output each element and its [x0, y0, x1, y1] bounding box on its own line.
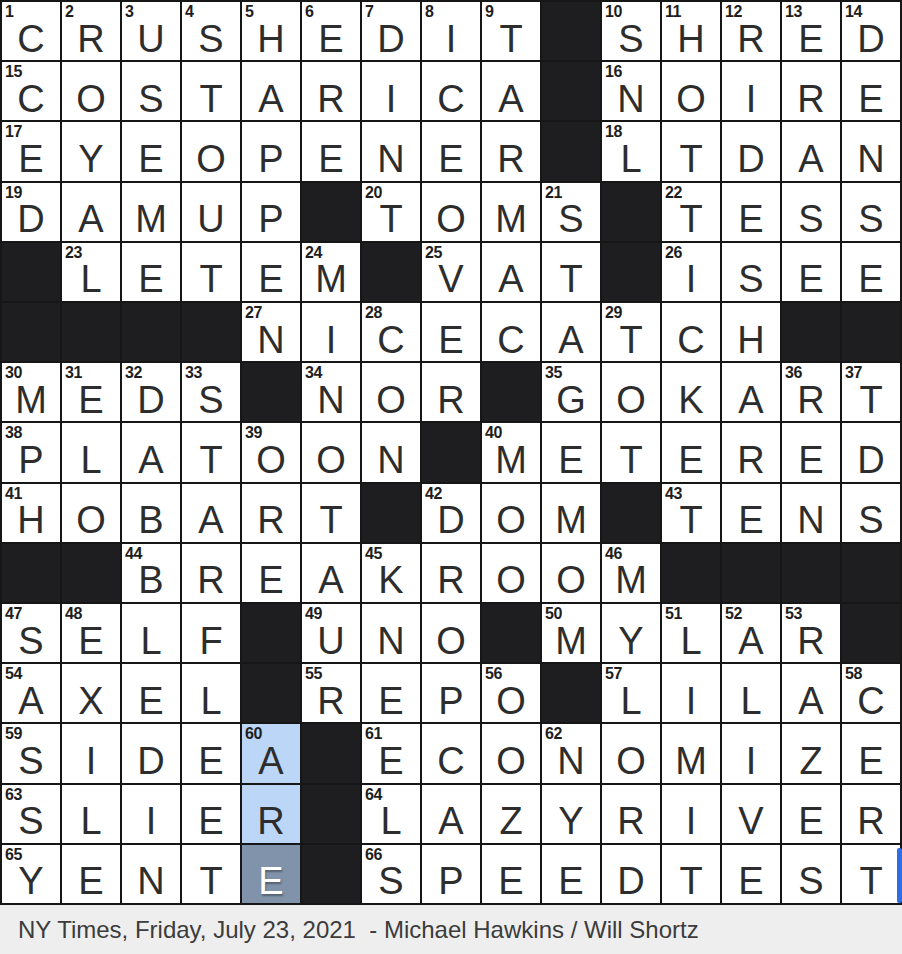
grid-cell-r7c7[interactable]: O: [362, 363, 420, 421]
grid-cell-r11c4[interactable]: F: [182, 604, 240, 662]
grid-cell-r6c9[interactable]: C: [482, 303, 540, 361]
grid-cell-r10c10[interactable]: O: [542, 544, 600, 602]
grid-cell-r8c2[interactable]: L: [62, 423, 120, 481]
grid-cell-r14c10[interactable]: Y: [542, 785, 600, 843]
grid-cell-r3c12[interactable]: T: [662, 122, 720, 180]
grid-cell-r5c13[interactable]: S: [722, 243, 780, 301]
grid-cell-r15c10[interactable]: E: [542, 845, 600, 903]
grid-cell-r8c6[interactable]: O: [302, 423, 360, 481]
clue-number: 14: [845, 3, 862, 21]
cell-letter: H: [17, 501, 44, 539]
cell-letter: T: [199, 80, 222, 118]
grid-cell-r1c7[interactable]: 7D: [362, 2, 420, 60]
grid-cell-r2c3[interactable]: S: [122, 62, 180, 120]
grid-cell-r14c8[interactable]: A: [422, 785, 480, 843]
grid-cell-r2c4[interactable]: T: [182, 62, 240, 120]
grid-cell-r13c3[interactable]: D: [122, 724, 180, 782]
grid-cell-r3c14[interactable]: A: [782, 122, 840, 180]
grid-cell-r9c5[interactable]: R: [242, 484, 300, 542]
grid-cell-r7c2[interactable]: 31E: [62, 363, 120, 421]
clue-number: 5: [245, 3, 253, 21]
grid-cell-r1c9[interactable]: 9T: [482, 2, 540, 60]
clue-number: 4: [185, 3, 193, 21]
cell-letter: A: [78, 200, 103, 238]
grid-cell-r11c3[interactable]: L: [122, 604, 180, 662]
grid-cell-r1c6[interactable]: 6E: [302, 2, 360, 60]
grid-cell-r14c3[interactable]: I: [122, 785, 180, 843]
grid-cell-r15c7[interactable]: 66S: [362, 845, 420, 903]
block-cell-r9c11: [602, 484, 660, 542]
cell-letter: M: [495, 441, 527, 479]
block-cell-r6c14: [782, 303, 840, 361]
grid-cell-r10c5[interactable]: E: [242, 544, 300, 602]
grid-cell-r1c5[interactable]: 5H: [242, 2, 300, 60]
grid-cell-r13c1[interactable]: 59S: [2, 724, 60, 782]
cell-letter: A: [258, 742, 283, 780]
grid-cell-r13c13[interactable]: I: [722, 724, 780, 782]
grid-cell-r15c11[interactable]: D: [602, 845, 660, 903]
grid-cell-r8c1[interactable]: 38P: [2, 423, 60, 481]
grid-cell-r2c9[interactable]: A: [482, 62, 540, 120]
grid-cell-r6c5[interactable]: 27N: [242, 303, 300, 361]
block-cell-r9c7: [362, 484, 420, 542]
grid-cell-r15c2[interactable]: E: [62, 845, 120, 903]
grid-cell-r8c4[interactable]: T: [182, 423, 240, 481]
grid-cell-r3c7[interactable]: N: [362, 122, 420, 180]
grid-cell-r15c9[interactable]: E: [482, 845, 540, 903]
grid-cell-r15c4[interactable]: T: [182, 845, 240, 903]
grid-cell-r5c8[interactable]: 25V: [422, 243, 480, 301]
grid-cell-r3c1[interactable]: 17E: [2, 122, 60, 180]
grid-cell-r7c6[interactable]: 34N: [302, 363, 360, 421]
grid-cell-r3c11[interactable]: 18L: [602, 122, 660, 180]
grid-cell-r1c12[interactable]: 11H: [662, 2, 720, 60]
grid-cell-r3c6[interactable]: E: [302, 122, 360, 180]
cell-letter: E: [498, 862, 523, 900]
cell-letter: E: [258, 260, 283, 298]
cell-letter: M: [495, 200, 527, 238]
grid-cell-r12c15[interactable]: 58C: [842, 664, 900, 722]
grid-cell-r3c3[interactable]: E: [122, 122, 180, 180]
grid-cell-r13c8[interactable]: C: [422, 724, 480, 782]
block-cell-r6c3: [122, 303, 180, 361]
grid-cell-r8c9[interactable]: 40M: [482, 423, 540, 481]
clue-number: 25: [425, 244, 442, 262]
grid-cell-r7c13[interactable]: A: [722, 363, 780, 421]
cell-letter: P: [18, 441, 43, 479]
cell-letter: O: [676, 80, 706, 118]
cell-letter: E: [198, 742, 223, 780]
grid-cell-r2c1[interactable]: 15C: [2, 62, 60, 120]
grid-cell-r9c14[interactable]: N: [782, 484, 840, 542]
clue-number: 47: [5, 605, 22, 623]
clue-number: 15: [5, 63, 22, 81]
cell-letter: S: [858, 501, 883, 539]
clue-number: 63: [5, 786, 22, 804]
cell-letter: E: [798, 441, 823, 479]
grid-cell-r8c10[interactable]: E: [542, 423, 600, 481]
cell-letter: N: [137, 862, 164, 900]
grid-cell-r14c14[interactable]: E: [782, 785, 840, 843]
grid-cell-r12c1[interactable]: 54A: [2, 664, 60, 722]
grid-cell-r12c6[interactable]: 55R: [302, 664, 360, 722]
cell-letter: E: [378, 742, 403, 780]
cell-letter: L: [80, 441, 101, 479]
grid-cell-r13c10[interactable]: 62N: [542, 724, 600, 782]
crossword-grid: 1C2R3U4S5H6E7D8I9T10S11H12R13E14D15COSTA…: [0, 0, 902, 905]
grid-cell-r14c15[interactable]: R: [842, 785, 900, 843]
grid-cell-r11c10[interactable]: 50M: [542, 604, 600, 662]
clue-number: 27: [245, 304, 262, 322]
grid-cell-r12c9[interactable]: 56O: [482, 664, 540, 722]
grid-cell-r7c15[interactable]: 37T: [842, 363, 900, 421]
grid-cell-r7c8[interactable]: R: [422, 363, 480, 421]
clue-number: 32: [125, 364, 142, 382]
grid-cell-r12c11[interactable]: 57L: [602, 664, 660, 722]
cell-letter: S: [138, 80, 163, 118]
grid-cell-r6c7[interactable]: 28C: [362, 303, 420, 361]
grid-cell-r13c4[interactable]: E: [182, 724, 240, 782]
grid-cell-r12c7[interactable]: E: [362, 664, 420, 722]
clue-number: 26: [665, 244, 682, 262]
grid-cell-r9c15[interactable]: S: [842, 484, 900, 542]
grid-cell-r14c5[interactable]: R: [242, 785, 300, 843]
grid-cell-r14c13[interactable]: V: [722, 785, 780, 843]
cell-letter: T: [619, 441, 642, 479]
block-cell-r5c11: [602, 243, 660, 301]
cell-letter: N: [377, 140, 404, 178]
cell-letter: H: [677, 20, 704, 58]
grid-cell-r2c8[interactable]: C: [422, 62, 480, 120]
grid-cell-r15c15[interactable]: T: [842, 845, 900, 903]
grid-cell-r10c11[interactable]: 46M: [602, 544, 660, 602]
grid-cell-r7c4[interactable]: 33S: [182, 363, 240, 421]
cell-letter: O: [316, 441, 346, 479]
grid-cell-r4c4[interactable]: U: [182, 183, 240, 241]
cell-letter: I: [146, 802, 157, 840]
grid-cell-r2c15[interactable]: E: [842, 62, 900, 120]
grid-cell-r6c11[interactable]: 29T: [602, 303, 660, 361]
grid-cell-r15c1[interactable]: 65Y: [2, 845, 60, 903]
grid-cell-r14c1[interactable]: 63S: [2, 785, 60, 843]
grid-cell-r11c1[interactable]: 47S: [2, 604, 60, 662]
grid-cell-r9c2[interactable]: O: [62, 484, 120, 542]
grid-cell-r11c7[interactable]: N: [362, 604, 420, 662]
grid-cell-r13c14[interactable]: Z: [782, 724, 840, 782]
cell-letter: L: [80, 802, 101, 840]
cell-letter: N: [557, 742, 584, 780]
grid-cell-r5c4[interactable]: T: [182, 243, 240, 301]
grid-cell-r2c2[interactable]: O: [62, 62, 120, 120]
grid-cell-r3c2[interactable]: Y: [62, 122, 120, 180]
grid-cell-r2c5[interactable]: A: [242, 62, 300, 120]
clue-number: 9: [485, 3, 493, 21]
grid-cell-r14c4[interactable]: E: [182, 785, 240, 843]
grid-cell-r5c15[interactable]: E: [842, 243, 900, 301]
cell-letter: I: [686, 682, 697, 720]
cell-letter: B: [138, 501, 163, 539]
grid-cell-r4c9[interactable]: M: [482, 183, 540, 241]
grid-cell-r6c8[interactable]: E: [422, 303, 480, 361]
grid-cell-r12c8[interactable]: P: [422, 664, 480, 722]
clue-number: 13: [785, 3, 802, 21]
clue-number: 34: [305, 364, 322, 382]
grid-cell-r1c4[interactable]: 4S: [182, 2, 240, 60]
grid-cell-r3c9[interactable]: R: [482, 122, 540, 180]
grid-cell-r11c12[interactable]: 51L: [662, 604, 720, 662]
cell-letter: P: [258, 200, 283, 238]
grid-cell-r15c3[interactable]: N: [122, 845, 180, 903]
grid-cell-r6c6[interactable]: I: [302, 303, 360, 361]
grid-cell-r6c10[interactable]: A: [542, 303, 600, 361]
grid-cell-r2c14[interactable]: R: [782, 62, 840, 120]
grid-cell-r8c12[interactable]: E: [662, 423, 720, 481]
cell-letter: E: [858, 80, 883, 118]
grid-cell-r9c3[interactable]: B: [122, 484, 180, 542]
grid-cell-r7c3[interactable]: 32D: [122, 363, 180, 421]
grid-cell-r8c11[interactable]: T: [602, 423, 660, 481]
clue-number: 58: [845, 665, 862, 683]
cell-letter: R: [257, 802, 284, 840]
grid-cell-r1c15[interactable]: 14D: [842, 2, 900, 60]
grid-cell-r8c7[interactable]: N: [362, 423, 420, 481]
grid-cell-r5c3[interactable]: E: [122, 243, 180, 301]
grid-cell-r6c13[interactable]: H: [722, 303, 780, 361]
cell-letter: E: [318, 140, 343, 178]
grid-cell-r9c1[interactable]: 41H: [2, 484, 60, 542]
grid-cell-r12c13[interactable]: L: [722, 664, 780, 722]
grid-cell-r9c4[interactable]: A: [182, 484, 240, 542]
cell-letter: O: [496, 742, 526, 780]
grid-cell-r13c12[interactable]: M: [662, 724, 720, 782]
grid-cell-r5c6[interactable]: 24M: [302, 243, 360, 301]
grid-cell-r7c1[interactable]: 30M: [2, 363, 60, 421]
clue-number: 55: [305, 665, 322, 683]
grid-cell-r4c2[interactable]: A: [62, 183, 120, 241]
cell-letter: B: [138, 561, 163, 599]
grid-cell-r5c5[interactable]: E: [242, 243, 300, 301]
grid-cell-r5c2[interactable]: 23L: [62, 243, 120, 301]
grid-cell-r13c11[interactable]: O: [602, 724, 660, 782]
grid-cell-r4c10[interactable]: 21S: [542, 183, 600, 241]
clue-number: 49: [305, 605, 322, 623]
cell-letter: O: [76, 501, 106, 539]
grid-cell-r7c12[interactable]: K: [662, 363, 720, 421]
clue-number: 52: [725, 605, 742, 623]
cell-letter: I: [326, 321, 337, 359]
cell-letter: S: [798, 862, 823, 900]
grid-cell-r3c5[interactable]: P: [242, 122, 300, 180]
grid-cell-r4c15[interactable]: S: [842, 183, 900, 241]
cell-letter: O: [436, 200, 466, 238]
grid-cell-r4c14[interactable]: S: [782, 183, 840, 241]
grid-cell-r12c14[interactable]: A: [782, 664, 840, 722]
grid-cell-r14c12[interactable]: I: [662, 785, 720, 843]
grid-cell-r12c2[interactable]: X: [62, 664, 120, 722]
clue-number: 42: [425, 485, 442, 503]
grid-cell-r1c14[interactable]: 13E: [782, 2, 840, 60]
cell-letter: N: [257, 321, 284, 359]
block-cell-r12c5: [242, 664, 300, 722]
grid-cell-r4c7[interactable]: 20T: [362, 183, 420, 241]
cell-letter: L: [680, 622, 701, 660]
grid-cell-r13c2[interactable]: I: [62, 724, 120, 782]
grid-cell-r1c3[interactable]: 3U: [122, 2, 180, 60]
grid-cell-r13c15[interactable]: E: [842, 724, 900, 782]
cell-letter: Y: [558, 802, 583, 840]
cell-letter: R: [737, 441, 764, 479]
grid-cell-r9c6[interactable]: T: [302, 484, 360, 542]
grid-cell-r2c13[interactable]: I: [722, 62, 780, 120]
grid-cell-r4c13[interactable]: E: [722, 183, 780, 241]
grid-cell-r3c15[interactable]: N: [842, 122, 900, 180]
cell-letter: E: [138, 260, 163, 298]
grid-cell-r14c11[interactable]: R: [602, 785, 660, 843]
grid-cell-r1c13[interactable]: 12R: [722, 2, 780, 60]
grid-cell-r9c13[interactable]: E: [722, 484, 780, 542]
grid-cell-r13c9[interactable]: O: [482, 724, 540, 782]
cell-letter: M: [315, 260, 347, 298]
block-cell-r10c2: [62, 544, 120, 602]
grid-cell-r13c5[interactable]: 60A: [242, 724, 300, 782]
cell-letter: N: [857, 140, 884, 178]
grid-cell-r3c8[interactable]: E: [422, 122, 480, 180]
cell-letter: H: [257, 20, 284, 58]
grid-cell-r4c12[interactable]: 22T: [662, 183, 720, 241]
block-cell-r5c7: [362, 243, 420, 301]
grid-cell-r7c14[interactable]: 36R: [782, 363, 840, 421]
cell-letter: C: [857, 682, 884, 720]
grid-cell-r1c2[interactable]: 2R: [62, 2, 120, 60]
grid-cell-r11c13[interactable]: 52A: [722, 604, 780, 662]
cell-letter: E: [78, 862, 103, 900]
cell-letter: L: [140, 622, 161, 660]
grid-cell-r7c11[interactable]: O: [602, 363, 660, 421]
grid-cell-r7c10[interactable]: 35G: [542, 363, 600, 421]
grid-cell-r1c8[interactable]: 8I: [422, 2, 480, 60]
cell-letter: C: [17, 20, 44, 58]
grid-cell-r8c3[interactable]: A: [122, 423, 180, 481]
grid-cell-r12c4[interactable]: L: [182, 664, 240, 722]
grid-cell-r5c14[interactable]: E: [782, 243, 840, 301]
cell-letter: R: [857, 802, 884, 840]
cell-letter: N: [377, 622, 404, 660]
grid-cell-r9c8[interactable]: 42D: [422, 484, 480, 542]
grid-cell-r10c6[interactable]: A: [302, 544, 360, 602]
grid-cell-r8c14[interactable]: E: [782, 423, 840, 481]
cell-letter: G: [556, 381, 586, 419]
grid-cell-r3c4[interactable]: O: [182, 122, 240, 180]
block-cell-r6c4: [182, 303, 240, 361]
cell-letter: O: [76, 80, 106, 118]
grid-cell-r8c13[interactable]: R: [722, 423, 780, 481]
grid-cell-r11c8[interactable]: O: [422, 604, 480, 662]
grid-cell-r12c3[interactable]: E: [122, 664, 180, 722]
grid-cell-r9c10[interactable]: M: [542, 484, 600, 542]
grid-cell-r2c11[interactable]: 16N: [602, 62, 660, 120]
grid-cell-r14c2[interactable]: L: [62, 785, 120, 843]
grid-cell-r1c11[interactable]: 10S: [602, 2, 660, 60]
grid-cell-r3c13[interactable]: D: [722, 122, 780, 180]
cell-letter: A: [498, 80, 523, 118]
grid-cell-r11c6[interactable]: 49U: [302, 604, 360, 662]
cell-letter: O: [256, 441, 286, 479]
cell-letter: S: [618, 20, 643, 58]
block-cell-r10c12: [662, 544, 720, 602]
grid-cell-r5c9[interactable]: A: [482, 243, 540, 301]
grid-cell-r14c7[interactable]: 64L: [362, 785, 420, 843]
grid-cell-r5c10[interactable]: T: [542, 243, 600, 301]
cell-letter: L: [740, 682, 761, 720]
grid-cell-r10c7[interactable]: 45K: [362, 544, 420, 602]
grid-cell-r11c11[interactable]: Y: [602, 604, 660, 662]
grid-cell-r14c9[interactable]: Z: [482, 785, 540, 843]
grid-cell-r8c15[interactable]: D: [842, 423, 900, 481]
grid-cell-r4c3[interactable]: M: [122, 183, 180, 241]
grid-cell-r10c8[interactable]: R: [422, 544, 480, 602]
grid-cell-r8c5[interactable]: 39O: [242, 423, 300, 481]
cell-letter: S: [738, 260, 763, 298]
grid-cell-r2c6[interactable]: R: [302, 62, 360, 120]
clue-number: 1: [5, 3, 13, 21]
grid-cell-r6c12[interactable]: C: [662, 303, 720, 361]
grid-cell-r11c2[interactable]: 48E: [62, 604, 120, 662]
cell-letter: D: [437, 501, 464, 539]
grid-cell-r4c8[interactable]: O: [422, 183, 480, 241]
cell-letter: T: [319, 501, 342, 539]
clue-number: 41: [5, 485, 22, 503]
clue-number: 35: [545, 364, 562, 382]
grid-cell-r15c5[interactable]: E: [242, 845, 300, 903]
block-cell-r3c10: [542, 122, 600, 180]
grid-cell-r4c5[interactable]: P: [242, 183, 300, 241]
grid-cell-r10c3[interactable]: 44B: [122, 544, 180, 602]
cell-letter: M: [675, 742, 707, 780]
cell-letter: C: [17, 80, 44, 118]
cell-letter: E: [738, 200, 763, 238]
grid-cell-r12c12[interactable]: I: [662, 664, 720, 722]
grid-cell-r15c13[interactable]: E: [722, 845, 780, 903]
cell-letter: E: [738, 501, 763, 539]
block-cell-r6c15: [842, 303, 900, 361]
cell-letter: S: [558, 200, 583, 238]
cell-letter: I: [746, 742, 757, 780]
grid-cell-r1c1[interactable]: 1C: [2, 2, 60, 60]
grid-cell-r10c4[interactable]: R: [182, 544, 240, 602]
clue-number: 29: [605, 304, 622, 322]
grid-cell-r4c1[interactable]: 19D: [2, 183, 60, 241]
grid-cell-r5c12[interactable]: 26I: [662, 243, 720, 301]
grid-cell-r15c8[interactable]: P: [422, 845, 480, 903]
cell-letter: R: [437, 381, 464, 419]
cell-letter: L: [620, 682, 641, 720]
grid-cell-r9c9[interactable]: O: [482, 484, 540, 542]
grid-cell-r9c12[interactable]: 43T: [662, 484, 720, 542]
grid-cell-r13c7[interactable]: 61E: [362, 724, 420, 782]
cell-letter: A: [198, 501, 223, 539]
cell-letter: N: [377, 441, 404, 479]
block-cell-r2c10: [542, 62, 600, 120]
grid-cell-r10c9[interactable]: O: [482, 544, 540, 602]
grid-cell-r15c14[interactable]: S: [782, 845, 840, 903]
grid-cell-r2c7[interactable]: I: [362, 62, 420, 120]
grid-cell-r2c12[interactable]: O: [662, 62, 720, 120]
cell-letter: E: [318, 20, 343, 58]
grid-cell-r15c12[interactable]: T: [662, 845, 720, 903]
clue-number: 7: [365, 3, 373, 21]
grid-cell-r11c14[interactable]: 53R: [782, 604, 840, 662]
scrollbar-thumb[interactable]: [897, 848, 902, 903]
